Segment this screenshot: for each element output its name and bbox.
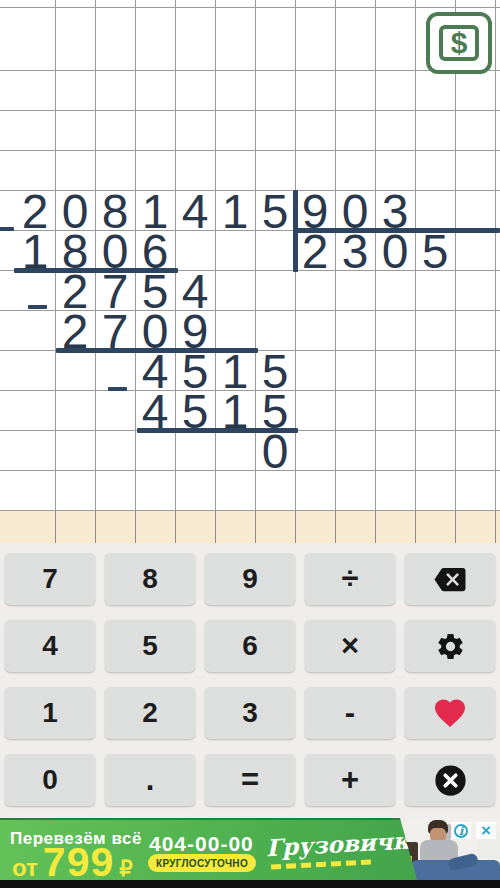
key-6[interactable]: 6 [205,620,295,672]
worksheet-digit: 4 [135,350,175,390]
worksheet-digit: 5 [135,270,175,310]
key-2[interactable]: 2 [105,687,195,739]
key-settings[interactable] [405,620,495,672]
key-equals[interactable]: = [205,754,295,806]
key-close[interactable] [405,754,495,806]
key-dot[interactable]: . [105,754,195,806]
ad-info-icon[interactable]: i [451,822,471,839]
worksheet-digit: 0 [55,190,95,230]
worksheet-digit: 9 [295,190,335,230]
worksheet-digit: 4 [135,390,175,430]
worksheet-digit: 0 [375,230,415,270]
key-8[interactable]: 8 [105,553,195,605]
key-multiply[interactable]: × [305,620,395,672]
money-banknote-icon[interactable]: $ [426,12,492,74]
division-bracket-horizontal [295,228,500,233]
heart-icon [432,695,468,731]
calculator-app: 20814159031806230527542709451545150 $ 78… [0,0,500,888]
worksheet-digit: 1 [215,190,255,230]
keypad: 789÷456×123-0.=+ [0,543,500,818]
worksheet-digit: 4 [175,190,215,230]
worksheet-digit: 2 [295,230,335,270]
worksheet-digit: 6 [135,230,175,270]
dollar-sign: $ [439,25,479,61]
key-divide[interactable]: ÷ [305,553,395,605]
worksheet-digit: 7 [95,310,135,350]
minus-sign [0,227,14,231]
ad-main: Перевезём всё от 799 ₽ 404-00-00 КРУГЛОС… [0,818,500,880]
key-minus[interactable]: - [305,687,395,739]
ruble-icon: ₽ [119,857,132,881]
ad-banner[interactable]: Перевезём всё от 799 ₽ 404-00-00 КРУГЛОС… [0,818,500,888]
worksheet-digit: 5 [255,390,295,430]
key-3[interactable]: 3 [205,687,295,739]
worksheet-digit: 0 [95,230,135,270]
close-icon [434,764,467,797]
key-plus[interactable]: + [305,754,395,806]
key-4[interactable]: 4 [5,620,95,672]
worksheet-digit: 5 [255,350,295,390]
underline-4515 [137,428,298,433]
notebook-paper: 20814159031806230527542709451545150 $ [0,0,500,543]
ad-bottom-bar [0,880,500,888]
worksheet-digit: 8 [55,230,95,270]
worksheet-digit: 0 [335,190,375,230]
worksheet-digit: 8 [95,190,135,230]
gear-icon [435,631,466,662]
worksheet-digit: 0 [255,430,295,470]
key-0[interactable]: 0 [5,754,95,806]
paper-footer-strip [0,511,500,543]
worksheet-digit: 9 [175,310,215,350]
worksheet-digit: 3 [335,230,375,270]
key-1[interactable]: 1 [5,687,95,739]
worksheet-digit: 3 [375,190,415,230]
underline-1806 [14,268,178,273]
worksheet-digit: 0 [135,310,175,350]
underline-2709 [56,348,258,353]
worksheet-digit: 5 [415,230,455,270]
key-5[interactable]: 5 [105,620,195,672]
ad-brand-name: Грузовичкоф [265,828,386,861]
key-7[interactable]: 7 [5,553,95,605]
minus-sign [108,387,127,391]
worksheet-digit: 5 [175,390,215,430]
key-9[interactable]: 9 [205,553,295,605]
ad-price: от 799 ₽ [12,846,133,882]
ad-price-prefix: от [12,854,38,882]
worksheet-digit: 1 [135,190,175,230]
worksheet-digit: 7 [95,270,135,310]
worksheet-digit: 1 [215,350,255,390]
ad-brand-underline [271,859,371,869]
worksheet-digit: 1 [15,230,55,270]
worksheet-digit: 5 [175,350,215,390]
backspace-icon [430,564,470,595]
ad-badge: КРУГЛОСУТОЧНО [148,854,256,872]
key-favorite[interactable] [405,687,495,739]
worksheet-digit: 1 [215,390,255,430]
ad-price-value: 799 [43,846,114,880]
worksheet-digit: 5 [255,190,295,230]
ad-phone-number: 404-00-00 [149,832,254,856]
worksheet-digit: 2 [55,270,95,310]
minus-sign [28,305,47,309]
ad-close-icon[interactable]: × [476,822,496,839]
worksheet-digit: 4 [175,270,215,310]
worksheet-digit: 2 [55,310,95,350]
worksheet-digit: 2 [15,190,55,230]
key-backspace[interactable] [405,553,495,605]
